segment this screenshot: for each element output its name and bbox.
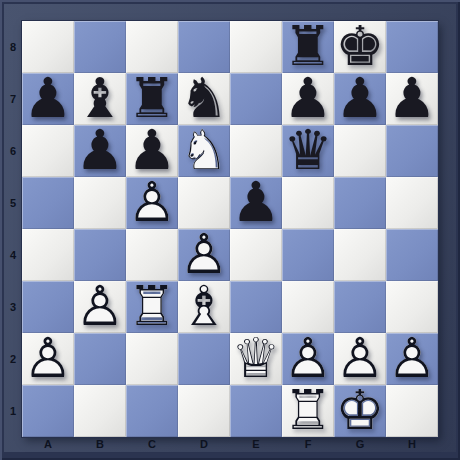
square-d2[interactable] bbox=[178, 333, 230, 385]
file-label-h: H bbox=[386, 437, 438, 452]
file-label-g: G bbox=[334, 437, 386, 452]
white-queen[interactable]: ♛♕ bbox=[230, 333, 282, 385]
file-label-f: F bbox=[282, 437, 334, 452]
square-a5[interactable] bbox=[22, 177, 74, 229]
white-bishop[interactable]: ♝♗ bbox=[178, 281, 230, 333]
square-e1[interactable] bbox=[230, 385, 282, 437]
piece-outline-glyph: ♘ bbox=[178, 125, 230, 177]
square-h2[interactable]: ♟♙ bbox=[386, 333, 438, 385]
square-e5[interactable]: ♟ bbox=[230, 177, 282, 229]
square-h4[interactable] bbox=[386, 229, 438, 281]
square-f5[interactable] bbox=[282, 177, 334, 229]
white-knight[interactable]: ♞♘ bbox=[178, 125, 230, 177]
piece-outline-glyph: ♙ bbox=[386, 333, 438, 385]
white-rook[interactable]: ♜♖ bbox=[126, 281, 178, 333]
piece-outline-glyph: ♖ bbox=[126, 281, 178, 333]
white-pawn[interactable]: ♟♙ bbox=[126, 177, 178, 229]
piece-glyph: ♟ bbox=[22, 73, 74, 125]
file-label-b: B bbox=[74, 437, 126, 452]
square-a4[interactable] bbox=[22, 229, 74, 281]
square-b6[interactable]: ♟ bbox=[74, 125, 126, 177]
black-pawn[interactable]: ♟ bbox=[74, 125, 126, 177]
square-h5[interactable] bbox=[386, 177, 438, 229]
square-f4[interactable] bbox=[282, 229, 334, 281]
piece-outline-glyph: ♙ bbox=[126, 177, 178, 229]
black-queen[interactable]: ♛ bbox=[282, 125, 334, 177]
rank-label-2: 2 bbox=[4, 333, 22, 385]
white-pawn[interactable]: ♟♙ bbox=[22, 333, 74, 385]
square-g7[interactable]: ♟ bbox=[334, 73, 386, 125]
square-a1[interactable] bbox=[22, 385, 74, 437]
file-label-e: E bbox=[230, 437, 282, 452]
rank-label-4: 4 bbox=[4, 229, 22, 281]
square-a7[interactable]: ♟ bbox=[22, 73, 74, 125]
chess-app-window: ♜♚♟♝♜♞♟♟♟♟♟♞♘♛♟♙♟♟♙♟♙♜♖♝♗♟♙♛♕♟♙♟♙♟♙♜♖♚♔ … bbox=[0, 0, 460, 460]
square-d1[interactable] bbox=[178, 385, 230, 437]
square-b3[interactable]: ♟♙ bbox=[74, 281, 126, 333]
square-d3[interactable]: ♝♗ bbox=[178, 281, 230, 333]
rank-label-3: 3 bbox=[4, 281, 22, 333]
square-b2[interactable] bbox=[74, 333, 126, 385]
piece-outline-glyph: ♙ bbox=[22, 333, 74, 385]
square-b1[interactable] bbox=[74, 385, 126, 437]
white-pawn[interactable]: ♟♙ bbox=[74, 281, 126, 333]
file-label-c: C bbox=[126, 437, 178, 452]
square-h6[interactable] bbox=[386, 125, 438, 177]
square-h1[interactable] bbox=[386, 385, 438, 437]
square-c1[interactable] bbox=[126, 385, 178, 437]
square-c2[interactable] bbox=[126, 333, 178, 385]
square-a6[interactable] bbox=[22, 125, 74, 177]
black-pawn[interactable]: ♟ bbox=[334, 73, 386, 125]
square-g1[interactable]: ♚♔ bbox=[334, 385, 386, 437]
white-rook[interactable]: ♜♖ bbox=[282, 385, 334, 437]
square-a2[interactable]: ♟♙ bbox=[22, 333, 74, 385]
piece-glyph: ♟ bbox=[386, 73, 438, 125]
file-label-d: D bbox=[178, 437, 230, 452]
rank-label-8: 8 bbox=[4, 21, 22, 73]
square-e2[interactable]: ♛♕ bbox=[230, 333, 282, 385]
white-king[interactable]: ♚♔ bbox=[334, 385, 386, 437]
rank-label-7: 7 bbox=[4, 73, 22, 125]
rank-label-6: 6 bbox=[4, 125, 22, 177]
white-pawn[interactable]: ♟♙ bbox=[386, 333, 438, 385]
piece-glyph: ♛ bbox=[282, 125, 334, 177]
square-d6[interactable]: ♞♘ bbox=[178, 125, 230, 177]
chess-board: ♜♚♟♝♜♞♟♟♟♟♟♞♘♛♟♙♟♟♙♟♙♜♖♝♗♟♙♛♕♟♙♟♙♟♙♜♖♚♔ bbox=[22, 21, 438, 437]
square-c5[interactable]: ♟♙ bbox=[126, 177, 178, 229]
square-g5[interactable] bbox=[334, 177, 386, 229]
square-f1[interactable]: ♜♖ bbox=[282, 385, 334, 437]
square-g4[interactable] bbox=[334, 229, 386, 281]
piece-outline-glyph: ♙ bbox=[74, 281, 126, 333]
piece-outline-glyph: ♗ bbox=[178, 281, 230, 333]
piece-glyph: ♟ bbox=[334, 73, 386, 125]
square-g6[interactable] bbox=[334, 125, 386, 177]
black-pawn[interactable]: ♟ bbox=[386, 73, 438, 125]
piece-outline-glyph: ♔ bbox=[334, 385, 386, 437]
piece-glyph: ♟ bbox=[74, 125, 126, 177]
piece-outline-glyph: ♖ bbox=[282, 385, 334, 437]
rank-label-5: 5 bbox=[4, 177, 22, 229]
file-label-a: A bbox=[22, 437, 74, 452]
square-b5[interactable] bbox=[74, 177, 126, 229]
square-c3[interactable]: ♜♖ bbox=[126, 281, 178, 333]
piece-outline-glyph: ♕ bbox=[230, 333, 282, 385]
square-e7[interactable] bbox=[230, 73, 282, 125]
square-h7[interactable]: ♟ bbox=[386, 73, 438, 125]
square-e8[interactable] bbox=[230, 21, 282, 73]
black-pawn[interactable]: ♟ bbox=[22, 73, 74, 125]
black-pawn[interactable]: ♟ bbox=[230, 177, 282, 229]
rank-label-1: 1 bbox=[4, 385, 22, 437]
piece-glyph: ♟ bbox=[230, 177, 282, 229]
square-e4[interactable] bbox=[230, 229, 282, 281]
square-f6[interactable]: ♛ bbox=[282, 125, 334, 177]
